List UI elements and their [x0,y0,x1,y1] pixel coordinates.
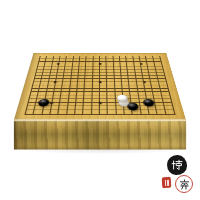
grid-cell [107,85,115,88]
grid-cell [92,103,100,107]
grid-cell [100,95,108,99]
star-point [99,63,101,65]
grid-cell [59,106,68,110]
grid-cell [100,106,108,110]
grid-cell [130,89,138,92]
grid-cell [69,95,77,99]
grid-cell [160,89,168,92]
star-point [147,102,150,105]
grid-cell [123,95,131,99]
grid-cell [47,89,55,92]
grid-cell [30,95,39,99]
grid-cell [76,103,84,107]
star-point [143,81,146,83]
grid-cell [159,85,167,88]
star-point [54,81,57,83]
grid-cell [163,103,172,107]
grid-cell [123,92,131,95]
grid-cell [70,89,78,92]
grid-cell [124,103,132,107]
star-point [50,102,53,105]
grid-cell [145,85,153,88]
grid-cell [123,89,131,92]
star-point [140,63,143,65]
grid-cell [92,89,100,92]
star-point [99,102,102,105]
grid-cell [28,103,37,107]
grid-cell [140,106,149,110]
grid-cell [137,85,145,88]
grid-cell [131,95,139,99]
grid-cell [164,106,173,110]
grid-cell [92,92,100,95]
grid-cell [37,99,46,103]
grid-cell [42,110,51,114]
grid-cell [85,85,93,88]
grid-cell [144,82,152,85]
grid-cell [92,95,100,99]
grid-cell [115,85,123,88]
star-point [99,81,102,83]
grid-cell [59,110,68,114]
grid-cell [45,95,53,99]
grid-cell [54,89,62,92]
grid-cell [46,92,54,95]
grid-cell [138,89,146,92]
star-point [57,63,60,65]
grid-cell [34,110,43,114]
grid-cell [33,82,41,85]
grid-cell [100,92,108,95]
grid-cell [155,103,164,107]
grid-cell [77,85,85,88]
grid-cell [31,89,39,92]
grid-cell [85,89,93,92]
character-yi-icon [179,179,190,190]
goban-front-face [14,120,186,150]
grid-cell [77,92,85,95]
grid-cell [43,106,52,110]
grid-cell [67,106,75,110]
grid-cell [55,82,63,85]
product-photo-scene [0,0,200,200]
grid-cell [48,82,56,85]
grid-cell [141,110,150,114]
grid-cell [77,95,85,99]
grid-cell [161,92,170,95]
grid-cell [129,82,137,85]
grid-cell [124,106,132,110]
grid-cell [100,103,108,107]
stone-white [118,99,129,107]
grid-cell [92,85,100,88]
grid-cell [115,82,123,85]
grid-cell [146,95,154,99]
grid-cell [45,99,54,103]
grid-cell [37,95,46,99]
grid-cell [122,85,130,88]
grid-cell [123,99,131,103]
grid-cell [35,106,44,110]
goban-top-surface [14,53,186,120]
grid-cell [163,99,172,103]
grid-cell [108,95,116,99]
grid-cell [153,89,161,92]
grid-cell [146,92,154,95]
grid-cell [108,89,116,92]
grid-cell [139,99,147,103]
stone-black [142,99,154,107]
grid-cell [68,99,76,103]
grid-cell [145,89,153,92]
grid-cell [27,106,36,110]
grid-cell [70,85,78,88]
stone-black [37,99,49,107]
grid-cell [92,110,100,114]
grid-cell [85,92,93,95]
grid-cell [61,92,69,95]
grid-cell [165,110,174,114]
grid-cell [108,106,116,110]
grid-cell [157,110,166,114]
grid-cell [154,95,163,99]
grid-cell [108,103,116,107]
grid-cell [44,103,53,107]
grid-cell [68,103,76,107]
grid-cell [137,82,145,85]
grid-cell [116,110,124,114]
grid-cell [100,89,108,92]
grid-cell [84,95,92,99]
grid-cell [55,85,63,88]
grid-cell [69,92,77,95]
grid-cell [108,92,116,95]
grid-cell [100,82,107,85]
grid-cell [156,106,165,110]
play-area [24,56,175,115]
grid-cell [159,82,167,85]
grid-cell [162,95,171,99]
character-bo-icon [171,159,183,171]
grid-cell [70,82,78,85]
grid-cell [100,85,108,88]
grid-cell [29,99,38,103]
grid-cell [62,85,70,88]
goban [25,12,175,152]
grid-cell [153,92,161,95]
grid-cell [32,85,40,88]
grid-cell [67,110,76,114]
grid-cell [36,103,45,107]
grid-cell [152,85,160,88]
brand-seal-logo [158,152,198,198]
grid-cell [93,82,100,85]
grid-cell [115,95,123,99]
black-ink-seal [167,155,187,175]
grid-cell [131,99,139,103]
grid-cell [38,92,46,95]
grid-cell [155,99,164,103]
grid-cell [41,82,49,85]
grid-cell [39,89,47,92]
grid-cell [51,106,60,110]
grid-cell [54,92,62,95]
grid-cell [130,85,138,88]
grid-cell [84,103,92,107]
grid-cell [140,103,149,107]
grid-cell [76,106,84,110]
grid-cell [116,106,124,110]
grid-cell [108,99,116,103]
goban-3d [14,53,186,120]
grid-cell [100,110,108,114]
grid-cell [92,99,100,103]
grid-cell [116,103,124,107]
grid-cell [132,106,141,110]
grid-cell [116,99,124,103]
grid-cell [63,82,71,85]
stone-white [117,95,128,102]
grid-cell [52,99,60,103]
grid-cell [148,106,157,110]
grid-cell [78,82,86,85]
grid-cell [83,110,91,114]
grid-cell [149,110,158,114]
stone-black [127,103,139,111]
grid-cell [62,89,70,92]
grid-cell [122,82,130,85]
grid-cell [148,103,157,107]
grid-cell [85,82,93,85]
grid-cell [76,99,84,103]
grid-cell [139,95,147,99]
grid-cell [138,92,146,95]
grid-cell [77,89,85,92]
grid-cell [26,110,35,114]
grid-cell [75,110,83,114]
grid-cell [84,106,92,110]
grid-cell [50,110,59,114]
grid-cell [53,95,61,99]
grid-cell [52,103,61,107]
grid-cell [84,99,92,103]
grid-cell [60,99,68,103]
grid-cell [60,103,68,107]
grid-cell [31,92,40,95]
grid-cell [108,110,116,114]
grid-cell [107,82,115,85]
small-red-seal [162,177,172,188]
grid-cell [130,92,138,95]
grid-cell [115,89,123,92]
grid-cell [47,85,55,88]
grid-cell [151,82,159,85]
red-ring-seal [175,175,193,193]
grid-cell [40,85,48,88]
grid-cell [132,103,140,107]
grid-cell [133,110,142,114]
grid-cell [100,99,108,103]
grid-cell [124,110,133,114]
grid-cell [147,99,156,103]
grid-cell [115,92,123,95]
grid-cell [92,106,100,110]
grid-cell [61,95,69,99]
